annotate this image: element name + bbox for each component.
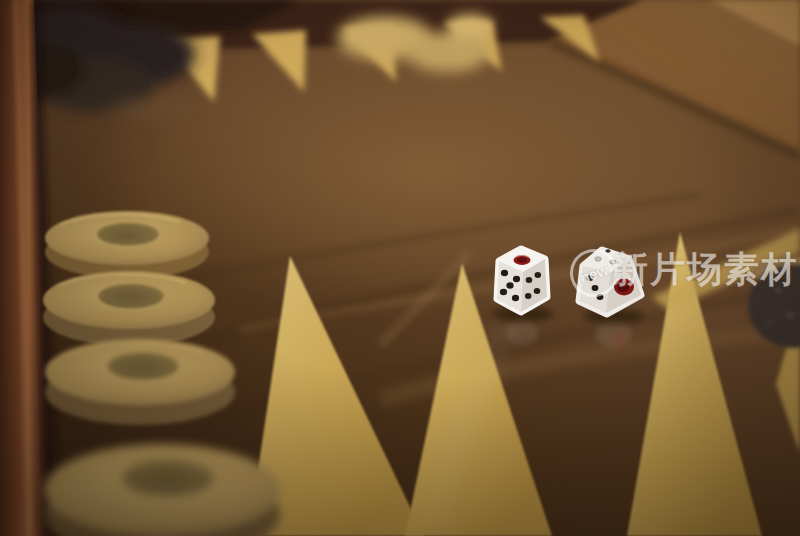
watermark-logo-text: new xyxy=(577,260,610,285)
watermark-text: 新片场素材 xyxy=(613,246,798,293)
backgammon-photo: new 新片场素材 xyxy=(0,0,800,536)
